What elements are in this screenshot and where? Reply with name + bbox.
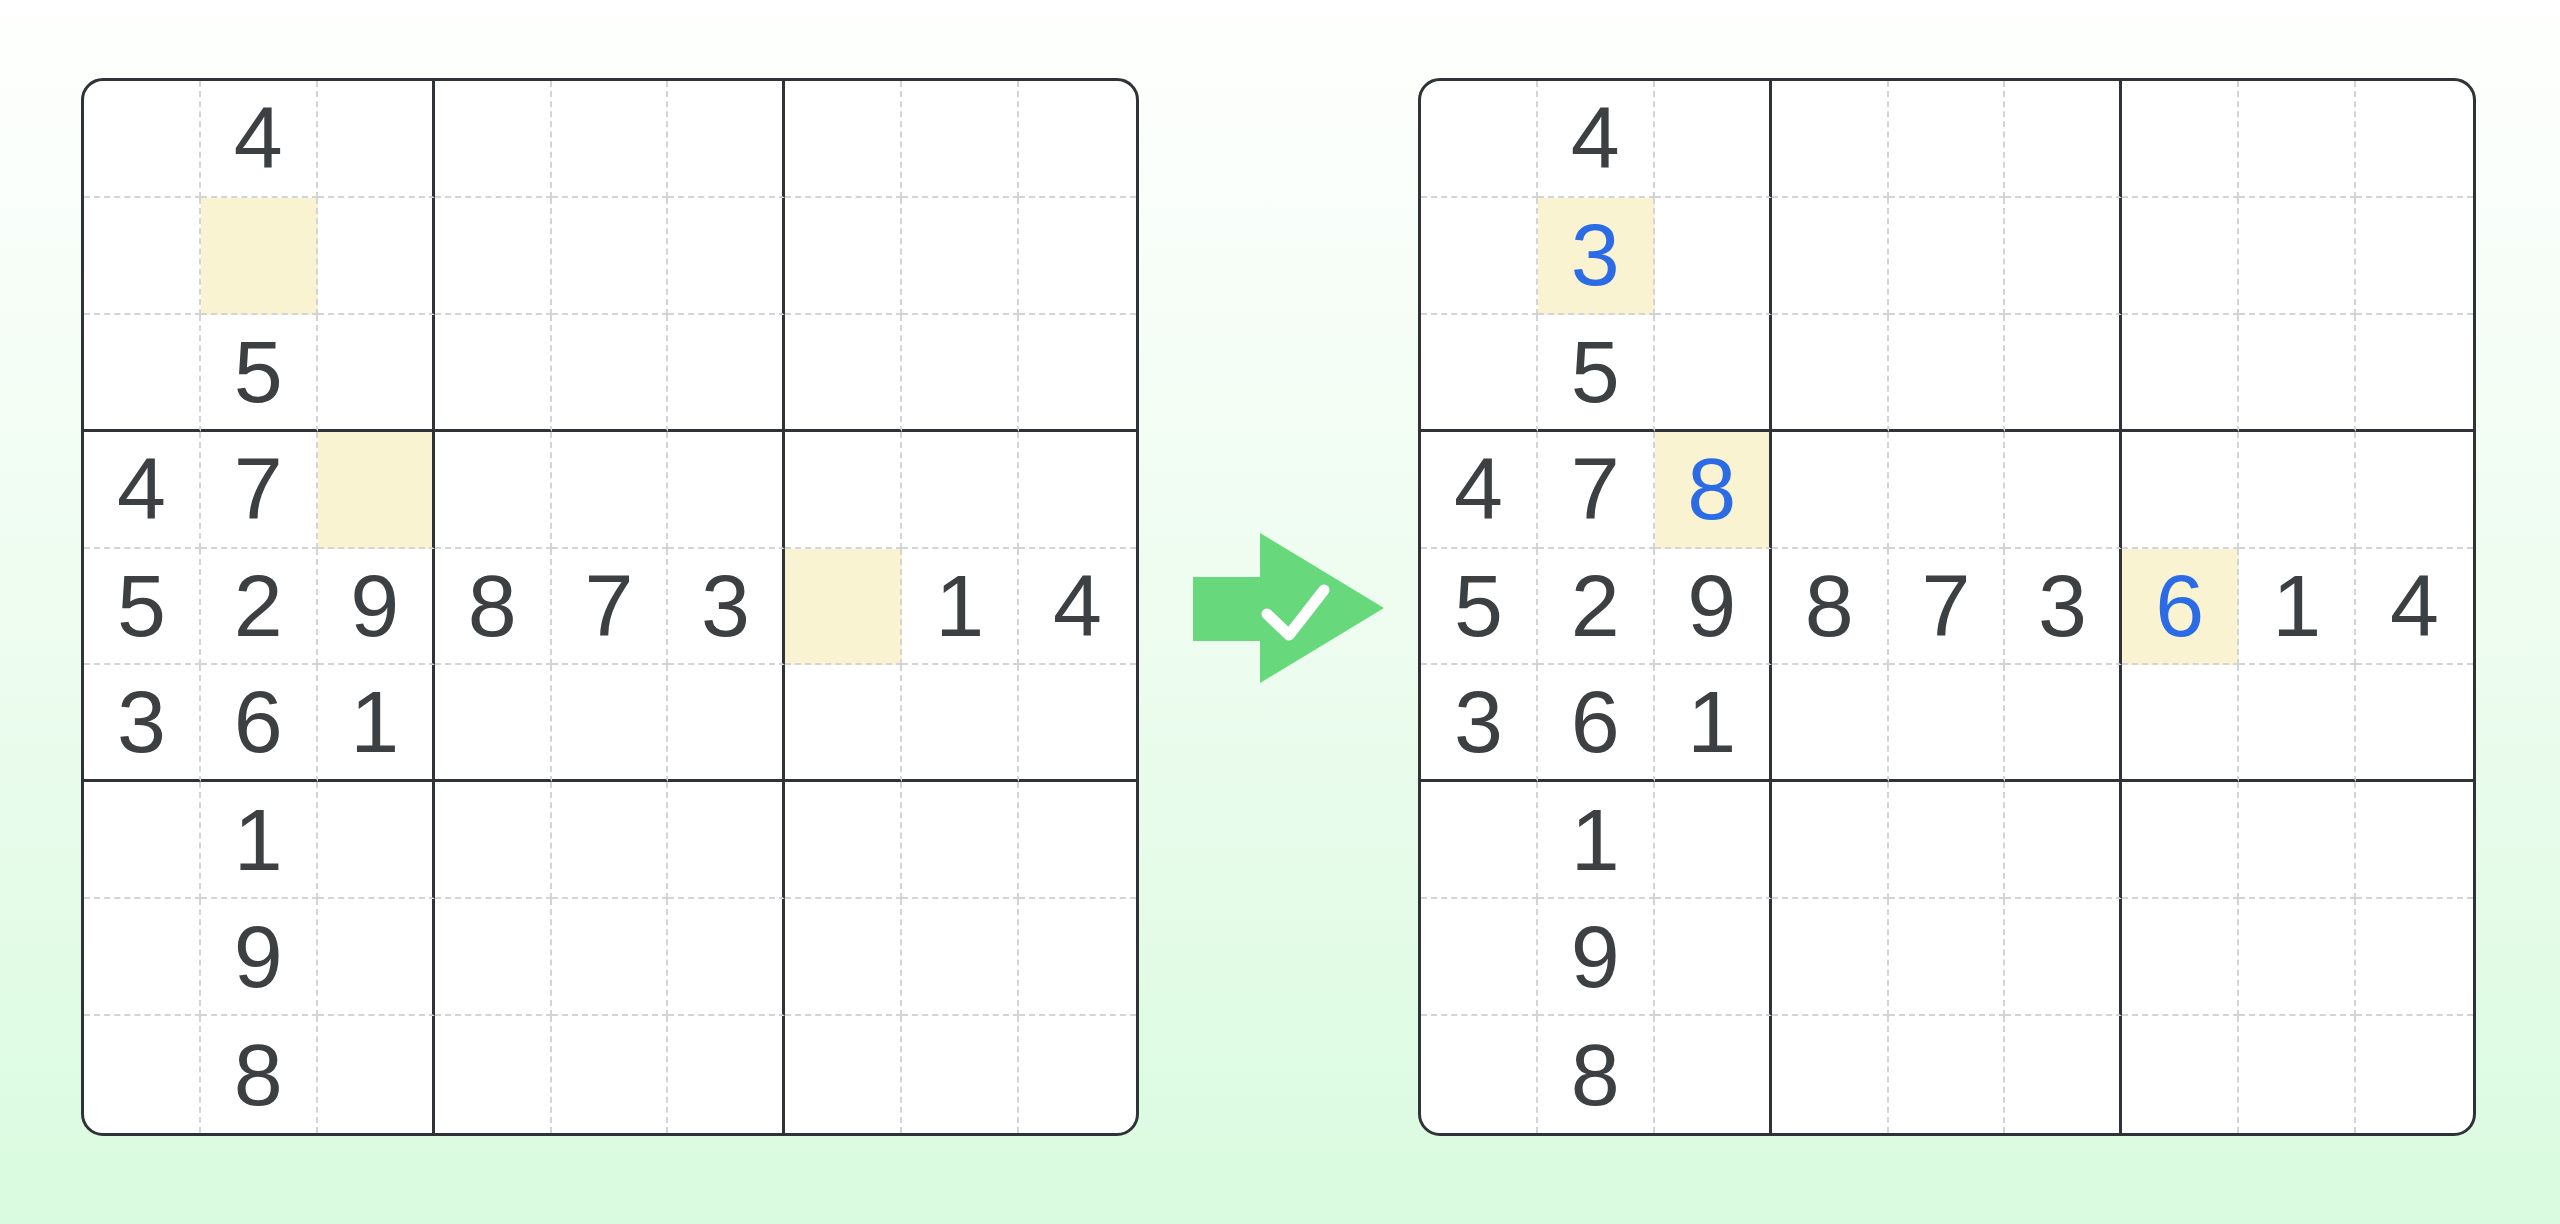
right-board-cell-r4c6[interactable] [2005, 432, 2122, 549]
right-board-cell-r2c1[interactable] [1421, 198, 1538, 315]
right-board-cell-r1c8[interactable] [2239, 81, 2356, 198]
right-board-cell-r8c6[interactable] [2005, 899, 2122, 1016]
left-board-cell-r5c6[interactable]: 3 [668, 549, 785, 666]
right-board-cell-r8c9[interactable] [2356, 899, 2473, 1016]
right-board-cell-r2c7[interactable] [2122, 198, 2239, 315]
right-board-cell-r9c3[interactable] [1655, 1016, 1772, 1133]
right-board-cell-r4c2[interactable]: 7 [1538, 432, 1655, 549]
right-board-cell-r2c4[interactable] [1772, 198, 1889, 315]
arrow-right-check-icon [1193, 533, 1384, 683]
left-board-cell-r3c8[interactable] [902, 315, 1019, 432]
right-board-cell-r7c1[interactable] [1421, 782, 1538, 899]
right-board-cell-r1c2[interactable]: 4 [1538, 81, 1655, 198]
right-board-cell-r6c8[interactable] [2239, 665, 2356, 782]
right-board-cell-r7c3[interactable] [1655, 782, 1772, 899]
left-board-cell-r2c7[interactable] [785, 198, 902, 315]
left-board-cell-r5c9[interactable]: 4 [1019, 549, 1136, 666]
left-board-cell-r8c9[interactable] [1019, 899, 1136, 1016]
left-board-cell-r6c8[interactable] [902, 665, 1019, 782]
left-board-cell-r7c7[interactable] [785, 782, 902, 899]
right-board-cell-r1c9[interactable] [2356, 81, 2473, 198]
right-board-cell-r5c2[interactable]: 2 [1538, 549, 1655, 666]
left-board-cell-r1c7[interactable] [785, 81, 902, 198]
right-board-cell-r8c2[interactable]: 9 [1538, 899, 1655, 1016]
left-board-cell-r6c1[interactable]: 3 [84, 665, 201, 782]
sudoku-board-after: 435478529873614361198 [1418, 78, 2476, 1136]
right-board-cell-r5c1[interactable]: 5 [1421, 549, 1538, 666]
right-board-cell-r2c2[interactable]: 3 [1538, 198, 1655, 315]
left-board-cell-r6c9[interactable] [1019, 665, 1136, 782]
right-board-cell-r3c5[interactable] [1889, 315, 2006, 432]
right-board-cell-r1c5[interactable] [1889, 81, 2006, 198]
left-board-cell-r3c4[interactable] [435, 315, 552, 432]
left-board-cell-r4c2[interactable]: 7 [201, 432, 318, 549]
left-board-cell-r1c8[interactable] [902, 81, 1019, 198]
left-board-cell-r8c1[interactable] [84, 899, 201, 1016]
left-board-cell-r9c5[interactable] [552, 1016, 669, 1133]
right-board-cell-r5c9[interactable]: 4 [2356, 549, 2473, 666]
right-board-cell-r7c7[interactable] [2122, 782, 2239, 899]
left-board-cell-r2c1[interactable] [84, 198, 201, 315]
right-board-cell-r3c1[interactable] [1421, 315, 1538, 432]
left-board-cell-r6c3[interactable]: 1 [318, 665, 435, 782]
left-board-cell-r6c7[interactable] [785, 665, 902, 782]
left-board-cell-r5c7[interactable] [785, 549, 902, 666]
left-board-cell-r2c5[interactable] [552, 198, 669, 315]
right-board-cell-r3c3[interactable] [1655, 315, 1772, 432]
left-board-cell-r3c9[interactable] [1019, 315, 1136, 432]
right-board-cell-r3c4[interactable] [1772, 315, 1889, 432]
left-board-cell-r5c4[interactable]: 8 [435, 549, 552, 666]
left-board-cell-r4c9[interactable] [1019, 432, 1136, 549]
right-board-cell-r5c3[interactable]: 9 [1655, 549, 1772, 666]
left-board-cell-r8c3[interactable] [318, 899, 435, 1016]
left-board-cell-r3c5[interactable] [552, 315, 669, 432]
sudoku-before-after-diagram: 454752987314361198 435478529873614361198 [0, 0, 2560, 1224]
left-board-cell-r7c3[interactable] [318, 782, 435, 899]
left-board-cell-r8c5[interactable] [552, 899, 669, 1016]
right-board-cell-r8c7[interactable] [2122, 899, 2239, 1016]
left-board-cell-r9c7[interactable] [785, 1016, 902, 1133]
right-board-cell-r2c6[interactable] [2005, 198, 2122, 315]
left-board-cell-r4c6[interactable] [668, 432, 785, 549]
right-board-cell-r4c4[interactable] [1772, 432, 1889, 549]
right-board-cell-r5c4[interactable]: 8 [1772, 549, 1889, 666]
left-board-cell-r9c2[interactable]: 8 [201, 1016, 318, 1133]
right-board-cell-r6c3[interactable]: 1 [1655, 665, 1772, 782]
left-board-cell-r5c1[interactable]: 5 [84, 549, 201, 666]
left-board-cell-r2c2[interactable] [201, 198, 318, 315]
right-board-cell-r7c4[interactable] [1772, 782, 1889, 899]
right-board-cell-r2c8[interactable] [2239, 198, 2356, 315]
left-board-cell-r4c1[interactable]: 4 [84, 432, 201, 549]
left-board-cell-r4c5[interactable] [552, 432, 669, 549]
right-board-cell-r6c1[interactable]: 3 [1421, 665, 1538, 782]
right-board-cell-r1c7[interactable] [2122, 81, 2239, 198]
left-board-cell-r9c9[interactable] [1019, 1016, 1136, 1133]
right-board-cell-r8c4[interactable] [1772, 899, 1889, 1016]
right-board-cell-r7c8[interactable] [2239, 782, 2356, 899]
left-board-cell-r9c4[interactable] [435, 1016, 552, 1133]
right-board-cell-r8c8[interactable] [2239, 899, 2356, 1016]
right-board-cell-r7c6[interactable] [2005, 782, 2122, 899]
right-board-cell-r4c5[interactable] [1889, 432, 2006, 549]
right-board-cell-r5c6[interactable]: 3 [2005, 549, 2122, 666]
right-board-cell-r4c3[interactable]: 8 [1655, 432, 1772, 549]
right-board-cell-r4c8[interactable] [2239, 432, 2356, 549]
left-board-cell-r5c3[interactable]: 9 [318, 549, 435, 666]
right-board-cell-r3c2[interactable]: 5 [1538, 315, 1655, 432]
right-board-cell-r9c5[interactable] [1889, 1016, 2006, 1133]
right-board-cell-r9c7[interactable] [2122, 1016, 2239, 1133]
left-board-cell-r2c8[interactable] [902, 198, 1019, 315]
right-board-cell-r6c5[interactable] [1889, 665, 2006, 782]
left-board-cell-r2c6[interactable] [668, 198, 785, 315]
left-board-cell-r3c2[interactable]: 5 [201, 315, 318, 432]
left-board-cell-r7c2[interactable]: 1 [201, 782, 318, 899]
right-board-cell-r6c4[interactable] [1772, 665, 1889, 782]
left-board-cell-r9c6[interactable] [668, 1016, 785, 1133]
right-board-cell-r4c7[interactable] [2122, 432, 2239, 549]
left-board-cell-r1c1[interactable] [84, 81, 201, 198]
right-board-cell-r1c1[interactable] [1421, 81, 1538, 198]
left-board-cell-r1c2[interactable]: 4 [201, 81, 318, 198]
right-board-cell-r8c5[interactable] [1889, 899, 2006, 1016]
left-board-cell-r7c1[interactable] [84, 782, 201, 899]
left-board-cell-r8c7[interactable] [785, 899, 902, 1016]
right-board-cell-r6c7[interactable] [2122, 665, 2239, 782]
left-board-cell-r1c6[interactable] [668, 81, 785, 198]
left-board-cell-r5c2[interactable]: 2 [201, 549, 318, 666]
left-board-cell-r8c8[interactable] [902, 899, 1019, 1016]
right-board-cell-r3c9[interactable] [2356, 315, 2473, 432]
right-board-cell-r9c4[interactable] [1772, 1016, 1889, 1133]
left-board-cell-r6c6[interactable] [668, 665, 785, 782]
left-board-cell-r7c9[interactable] [1019, 782, 1136, 899]
right-board-cell-r8c1[interactable] [1421, 899, 1538, 1016]
left-board-cell-r1c5[interactable] [552, 81, 669, 198]
right-board-cell-r4c9[interactable] [2356, 432, 2473, 549]
right-board-cell-r6c6[interactable] [2005, 665, 2122, 782]
left-board-cell-r2c9[interactable] [1019, 198, 1136, 315]
right-board-cell-r5c8[interactable]: 1 [2239, 549, 2356, 666]
left-board-cell-r3c7[interactable] [785, 315, 902, 432]
right-board-cell-r7c2[interactable]: 1 [1538, 782, 1655, 899]
left-board-cell-r1c3[interactable] [318, 81, 435, 198]
right-board-cell-r9c6[interactable] [2005, 1016, 2122, 1133]
left-board-cell-r8c6[interactable] [668, 899, 785, 1016]
left-board-cell-r8c4[interactable] [435, 899, 552, 1016]
left-board-cell-r7c5[interactable] [552, 782, 669, 899]
right-board-cell-r3c7[interactable] [2122, 315, 2239, 432]
right-board-cell-r3c6[interactable] [2005, 315, 2122, 432]
left-board-cell-r7c8[interactable] [902, 782, 1019, 899]
left-board-cell-r9c1[interactable] [84, 1016, 201, 1133]
left-board-cell-r4c7[interactable] [785, 432, 902, 549]
right-board-cell-r6c2[interactable]: 6 [1538, 665, 1655, 782]
left-board-cell-r4c3[interactable] [318, 432, 435, 549]
right-board-cell-r9c2[interactable]: 8 [1538, 1016, 1655, 1133]
left-board-cell-r1c4[interactable] [435, 81, 552, 198]
left-board-cell-r6c5[interactable] [552, 665, 669, 782]
sudoku-board-before: 454752987314361198 [81, 78, 1139, 1136]
left-board-cell-r6c4[interactable] [435, 665, 552, 782]
right-board-cell-r5c5[interactable]: 7 [1889, 549, 2006, 666]
left-board-cell-r9c3[interactable] [318, 1016, 435, 1133]
right-board-cell-r8c3[interactable] [1655, 899, 1772, 1016]
left-board-cell-r8c2[interactable]: 9 [201, 899, 318, 1016]
left-board-cell-r1c9[interactable] [1019, 81, 1136, 198]
right-board-cell-r4c1[interactable]: 4 [1421, 432, 1538, 549]
left-board-cell-r7c6[interactable] [668, 782, 785, 899]
right-board-cell-r7c9[interactable] [2356, 782, 2473, 899]
left-board-cell-r4c8[interactable] [902, 432, 1019, 549]
left-board-cell-r2c4[interactable] [435, 198, 552, 315]
right-board-cell-r1c6[interactable] [2005, 81, 2122, 198]
right-board-cell-r9c1[interactable] [1421, 1016, 1538, 1133]
right-board-cell-r2c5[interactable] [1889, 198, 2006, 315]
right-board-cell-r9c8[interactable] [2239, 1016, 2356, 1133]
right-board-cell-r6c9[interactable] [2356, 665, 2473, 782]
right-board-cell-r9c9[interactable] [2356, 1016, 2473, 1133]
right-board-cell-r1c3[interactable] [1655, 81, 1772, 198]
left-board-cell-r4c4[interactable] [435, 432, 552, 549]
right-board-cell-r3c8[interactable] [2239, 315, 2356, 432]
right-board-cell-r2c3[interactable] [1655, 198, 1772, 315]
right-board-cell-r1c4[interactable] [1772, 81, 1889, 198]
left-board-cell-r5c8[interactable]: 1 [902, 549, 1019, 666]
right-board-cell-r5c7[interactable]: 6 [2122, 549, 2239, 666]
arrow-right-shape [1193, 533, 1384, 683]
left-board-cell-r6c2[interactable]: 6 [201, 665, 318, 782]
left-board-cell-r3c1[interactable] [84, 315, 201, 432]
right-board-cell-r7c5[interactable] [1889, 782, 2006, 899]
left-board-cell-r7c4[interactable] [435, 782, 552, 899]
left-board-cell-r3c3[interactable] [318, 315, 435, 432]
left-board-cell-r3c6[interactable] [668, 315, 785, 432]
left-board-cell-r9c8[interactable] [902, 1016, 1019, 1133]
left-board-cell-r2c3[interactable] [318, 198, 435, 315]
left-board-cell-r5c5[interactable]: 7 [552, 549, 669, 666]
right-board-cell-r2c9[interactable] [2356, 198, 2473, 315]
